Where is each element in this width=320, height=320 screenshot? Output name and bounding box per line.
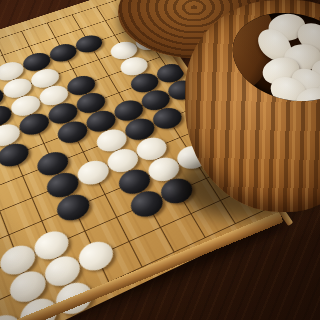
go-scene-photo [0,0,320,320]
bowl-opening [224,1,320,112]
